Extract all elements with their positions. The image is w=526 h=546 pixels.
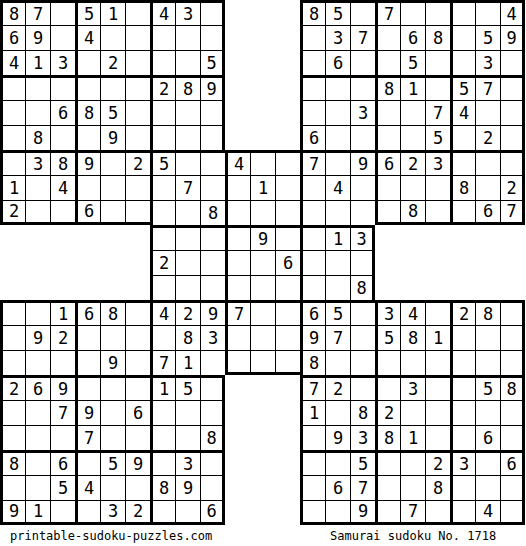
sudoku-cell[interactable]: [325, 500, 350, 525]
sudoku-cell: 2: [125, 500, 150, 525]
sudoku-cell[interactable]: [250, 150, 275, 175]
sudoku-cell[interactable]: [125, 325, 150, 350]
sudoku-cell[interactable]: [75, 325, 100, 350]
void-cell: [250, 425, 275, 450]
void-cell: [125, 275, 150, 300]
void-cell: [75, 225, 100, 250]
sudoku-cell: 5: [175, 375, 200, 400]
sudoku-cell[interactable]: [400, 450, 425, 475]
sudoku-cell: 2: [500, 175, 525, 200]
sudoku-cell[interactable]: [200, 225, 225, 250]
sudoku-cell[interactable]: [425, 500, 450, 525]
sudoku-cell: 8: [175, 325, 200, 350]
void-cell: [225, 75, 250, 100]
sudoku-cell: 1: [300, 400, 325, 425]
sudoku-cell[interactable]: [350, 200, 375, 225]
sudoku-cell[interactable]: [400, 100, 425, 125]
sudoku-cell[interactable]: [125, 100, 150, 125]
sudoku-cell[interactable]: [125, 375, 150, 400]
sudoku-cell[interactable]: [75, 50, 100, 75]
sudoku-cell[interactable]: [25, 425, 50, 450]
sudoku-cell[interactable]: [300, 450, 325, 475]
sudoku-cell[interactable]: [250, 200, 275, 225]
sudoku-cell[interactable]: [75, 450, 100, 475]
void-cell: [275, 425, 300, 450]
sudoku-cell[interactable]: [200, 0, 225, 25]
sudoku-cell[interactable]: [350, 75, 375, 100]
sudoku-cell[interactable]: [450, 200, 475, 225]
sudoku-cell: 5: [325, 300, 350, 325]
sudoku-cell[interactable]: [25, 200, 50, 225]
sudoku-cell[interactable]: [300, 50, 325, 75]
sudoku-cell[interactable]: [350, 375, 375, 400]
sudoku-cell[interactable]: [100, 200, 125, 225]
sudoku-cell: 2: [150, 250, 175, 275]
sudoku-cell: 8: [475, 300, 500, 325]
sudoku-cell: 7: [300, 150, 325, 175]
sudoku-cell[interactable]: [275, 350, 300, 375]
sudoku-cell[interactable]: [375, 450, 400, 475]
sudoku-cell[interactable]: [200, 275, 225, 300]
void-cell: [275, 0, 300, 25]
sudoku-cell[interactable]: [375, 125, 400, 150]
sudoku-cell[interactable]: [75, 500, 100, 525]
sudoku-cell[interactable]: [375, 475, 400, 500]
sudoku-cell[interactable]: [0, 325, 25, 350]
sudoku-cell[interactable]: [125, 75, 150, 100]
sudoku-cell[interactable]: [0, 125, 25, 150]
sudoku-cell[interactable]: [0, 150, 25, 175]
void-cell: [225, 375, 250, 400]
sudoku-cell: 6: [500, 450, 525, 475]
sudoku-cell[interactable]: [0, 350, 25, 375]
sudoku-cell: 5: [100, 450, 125, 475]
sudoku-cell[interactable]: [225, 275, 250, 300]
sudoku-cell[interactable]: [125, 475, 150, 500]
sudoku-cell: 8: [425, 25, 450, 50]
sudoku-cell[interactable]: [150, 450, 175, 475]
sudoku-cell[interactable]: [150, 275, 175, 300]
sudoku-cell[interactable]: [50, 350, 75, 375]
sudoku-cell[interactable]: [125, 200, 150, 225]
sudoku-cell[interactable]: [300, 100, 325, 125]
sudoku-cell[interactable]: [175, 425, 200, 450]
sudoku-cell[interactable]: [25, 350, 50, 375]
sudoku-cell: 8: [450, 175, 475, 200]
sudoku-cell[interactable]: [125, 50, 150, 75]
sudoku-cell[interactable]: [50, 125, 75, 150]
sudoku-cell: 6: [50, 100, 75, 125]
sudoku-cell: 9: [200, 300, 225, 325]
sudoku-cell[interactable]: [150, 325, 175, 350]
sudoku-cell[interactable]: [175, 50, 200, 75]
sudoku-cell: 9: [50, 375, 75, 400]
sudoku-cell[interactable]: [200, 150, 225, 175]
sudoku-cell[interactable]: [250, 350, 275, 375]
sudoku-cell: 7: [375, 0, 400, 25]
sudoku-cell[interactable]: [125, 175, 150, 200]
sudoku-cell[interactable]: [400, 400, 425, 425]
sudoku-cell[interactable]: [475, 100, 500, 125]
sudoku-cell[interactable]: [425, 375, 450, 400]
sudoku-cell[interactable]: [200, 100, 225, 125]
void-cell: [450, 250, 475, 275]
sudoku-cell[interactable]: [475, 325, 500, 350]
sudoku-cell: 6: [375, 150, 400, 175]
sudoku-cell[interactable]: [375, 50, 400, 75]
sudoku-cell[interactable]: [450, 400, 475, 425]
sudoku-cell[interactable]: [300, 500, 325, 525]
sudoku-cell[interactable]: [250, 250, 275, 275]
sudoku-cell[interactable]: [325, 200, 350, 225]
sudoku-cell[interactable]: [225, 175, 250, 200]
sudoku-cell[interactable]: [275, 275, 300, 300]
sudoku-cell[interactable]: [75, 350, 100, 375]
sudoku-cell[interactable]: [200, 400, 225, 425]
sudoku-cell[interactable]: [375, 200, 400, 225]
sudoku-cell[interactable]: [450, 475, 475, 500]
sudoku-cell[interactable]: [225, 325, 250, 350]
sudoku-cell[interactable]: [500, 475, 525, 500]
sudoku-cell[interactable]: [125, 25, 150, 50]
void-cell: [475, 250, 500, 275]
sudoku-cell: 3: [325, 25, 350, 50]
void-cell: [225, 125, 250, 150]
void-cell: [250, 125, 275, 150]
sudoku-cell[interactable]: [175, 100, 200, 125]
sudoku-cell: 5: [350, 450, 375, 475]
sudoku-cell[interactable]: [500, 300, 525, 325]
sudoku-cell[interactable]: [300, 225, 325, 250]
sudoku-cell[interactable]: [100, 400, 125, 425]
void-cell: [0, 225, 25, 250]
sudoku-cell: 1: [50, 300, 75, 325]
sudoku-cell: 9: [175, 475, 200, 500]
sudoku-cell: 1: [250, 175, 275, 200]
sudoku-cell[interactable]: [500, 500, 525, 525]
sudoku-cell[interactable]: [475, 350, 500, 375]
sudoku-cell[interactable]: [200, 250, 225, 275]
sudoku-cell[interactable]: [350, 325, 375, 350]
sudoku-cell: 7: [325, 325, 350, 350]
sudoku-cell[interactable]: [450, 150, 475, 175]
sudoku-cell: 7: [350, 475, 375, 500]
sudoku-cell[interactable]: [300, 275, 325, 300]
sudoku-cell[interactable]: [250, 300, 275, 325]
sudoku-cell[interactable]: [375, 350, 400, 375]
sudoku-cell[interactable]: [375, 500, 400, 525]
sudoku-cell[interactable]: [325, 450, 350, 475]
sudoku-cell[interactable]: [150, 25, 175, 50]
sudoku-cell[interactable]: [500, 350, 525, 375]
void-cell: [100, 225, 125, 250]
sudoku-cell: 9: [200, 75, 225, 100]
void-cell: [50, 225, 75, 250]
sudoku-cell[interactable]: [350, 175, 375, 200]
sudoku-cell[interactable]: [50, 25, 75, 50]
sudoku-cell: 6: [475, 425, 500, 450]
sudoku-cell[interactable]: [425, 175, 450, 200]
sudoku-cell[interactable]: [125, 350, 150, 375]
sudoku-cell: 5: [50, 475, 75, 500]
sudoku-cell[interactable]: [200, 450, 225, 475]
sudoku-cell[interactable]: [100, 150, 125, 175]
sudoku-cell[interactable]: [300, 75, 325, 100]
sudoku-cell[interactable]: [125, 125, 150, 150]
sudoku-cell[interactable]: [150, 200, 175, 225]
sudoku-cell[interactable]: [0, 400, 25, 425]
sudoku-cell[interactable]: [300, 25, 325, 50]
sudoku-cell[interactable]: [225, 350, 250, 375]
sudoku-cell[interactable]: [0, 425, 25, 450]
sudoku-cell[interactable]: [500, 400, 525, 425]
void-cell: [275, 375, 300, 400]
sudoku-cell[interactable]: [225, 200, 250, 225]
sudoku-cell[interactable]: [425, 75, 450, 100]
sudoku-cell[interactable]: [325, 250, 350, 275]
sudoku-cell: 8: [50, 150, 75, 175]
sudoku-cell[interactable]: [350, 350, 375, 375]
sudoku-cell[interactable]: [450, 25, 475, 50]
sudoku-cell[interactable]: [475, 400, 500, 425]
sudoku-cell[interactable]: [375, 25, 400, 50]
sudoku-cell[interactable]: [175, 500, 200, 525]
sudoku-cell[interactable]: [75, 125, 100, 150]
sudoku-cell[interactable]: [25, 400, 50, 425]
sudoku-cell: 4: [75, 25, 100, 50]
sudoku-cell[interactable]: [350, 250, 375, 275]
sudoku-cell[interactable]: [275, 150, 300, 175]
sudoku-cell[interactable]: [75, 175, 100, 200]
sudoku-cell: 1: [175, 350, 200, 375]
sudoku-cell: 9: [350, 500, 375, 525]
sudoku-cell[interactable]: [50, 75, 75, 100]
sudoku-cell[interactable]: [75, 75, 100, 100]
sudoku-cell[interactable]: [25, 175, 50, 200]
sudoku-cell[interactable]: [300, 175, 325, 200]
sudoku-cell[interactable]: [100, 175, 125, 200]
sudoku-cell[interactable]: [50, 500, 75, 525]
sudoku-cell[interactable]: [275, 225, 300, 250]
sudoku-cell[interactable]: [75, 375, 100, 400]
void-cell: [225, 400, 250, 425]
sudoku-cell[interactable]: [400, 475, 425, 500]
sudoku-cell[interactable]: [400, 350, 425, 375]
void-cell: [425, 225, 450, 250]
void-cell: [75, 275, 100, 300]
sudoku-cell[interactable]: [25, 475, 50, 500]
sudoku-cell[interactable]: [425, 350, 450, 375]
sudoku-cell: 5: [325, 0, 350, 25]
sudoku-cell[interactable]: [275, 300, 300, 325]
sudoku-cell: 4: [450, 100, 475, 125]
sudoku-cell[interactable]: [475, 0, 500, 25]
sudoku-cell[interactable]: [200, 475, 225, 500]
sudoku-cell[interactable]: [100, 425, 125, 450]
sudoku-cell[interactable]: [350, 50, 375, 75]
sudoku-cell[interactable]: [300, 250, 325, 275]
sudoku-cell[interactable]: [450, 425, 475, 450]
void-cell: [100, 250, 125, 275]
sudoku-cell[interactable]: [500, 50, 525, 75]
sudoku-cell[interactable]: [375, 175, 400, 200]
sudoku-cell[interactable]: [125, 0, 150, 25]
sudoku-cell[interactable]: [125, 300, 150, 325]
sudoku-cell[interactable]: [475, 175, 500, 200]
sudoku-cell[interactable]: [0, 75, 25, 100]
sudoku-cell[interactable]: [25, 300, 50, 325]
sudoku-cell[interactable]: [225, 250, 250, 275]
void-cell: [225, 500, 250, 525]
sudoku-cell[interactable]: [325, 125, 350, 150]
sudoku-cell[interactable]: [500, 100, 525, 125]
sudoku-cell[interactable]: [425, 50, 450, 75]
void-cell: [250, 400, 275, 425]
void-cell: [25, 275, 50, 300]
sudoku-cell[interactable]: [175, 275, 200, 300]
sudoku-cell[interactable]: [150, 500, 175, 525]
sudoku-cell[interactable]: [450, 50, 475, 75]
sudoku-cell[interactable]: [350, 0, 375, 25]
void-cell: [275, 475, 300, 500]
sudoku-cell[interactable]: [175, 200, 200, 225]
sudoku-cell: 2: [425, 450, 450, 475]
sudoku-cell[interactable]: [0, 475, 25, 500]
sudoku-cell: 8: [300, 350, 325, 375]
sudoku-cell[interactable]: [175, 225, 200, 250]
sudoku-cell[interactable]: [200, 175, 225, 200]
sudoku-cell[interactable]: [175, 25, 200, 50]
sudoku-cell[interactable]: [325, 400, 350, 425]
sudoku-cell[interactable]: [500, 325, 525, 350]
sudoku-cell[interactable]: [150, 175, 175, 200]
sudoku-cell[interactable]: [100, 475, 125, 500]
sudoku-cell[interactable]: [325, 75, 350, 100]
sudoku-cell[interactable]: [125, 425, 150, 450]
sudoku-cell[interactable]: [475, 150, 500, 175]
sudoku-cell[interactable]: [150, 400, 175, 425]
sudoku-cell[interactable]: [325, 100, 350, 125]
sudoku-cell[interactable]: [425, 200, 450, 225]
sudoku-cell[interactable]: [325, 350, 350, 375]
sudoku-cell[interactable]: [25, 75, 50, 100]
sudoku-cell[interactable]: [375, 100, 400, 125]
sudoku-cell[interactable]: [250, 325, 275, 350]
sudoku-cell: 6: [475, 200, 500, 225]
sudoku-cell[interactable]: [175, 250, 200, 275]
sudoku-cell[interactable]: [375, 375, 400, 400]
sudoku-cell[interactable]: [100, 325, 125, 350]
sudoku-cell[interactable]: [200, 350, 225, 375]
sudoku-cell[interactable]: [275, 200, 300, 225]
sudoku-cell[interactable]: [100, 75, 125, 100]
sudoku-cell[interactable]: [150, 425, 175, 450]
sudoku-cell[interactable]: [175, 400, 200, 425]
sudoku-cell[interactable]: [325, 150, 350, 175]
sudoku-cell[interactable]: [450, 125, 475, 150]
void-cell: [425, 250, 450, 275]
sudoku-cell[interactable]: [275, 325, 300, 350]
sudoku-cell[interactable]: [200, 125, 225, 150]
sudoku-cell[interactable]: [150, 50, 175, 75]
sudoku-cell[interactable]: [50, 425, 75, 450]
sudoku-cell[interactable]: [425, 400, 450, 425]
sudoku-cell[interactable]: [50, 200, 75, 225]
sudoku-cell[interactable]: [225, 225, 250, 250]
sudoku-cell[interactable]: [450, 375, 475, 400]
sudoku-cell: 5: [475, 25, 500, 50]
sudoku-cell[interactable]: [400, 125, 425, 150]
sudoku-cell[interactable]: [475, 475, 500, 500]
void-cell: [125, 225, 150, 250]
sudoku-cell[interactable]: [500, 150, 525, 175]
samurai-sudoku-page: 8751438574694376859413256532898157685374…: [0, 0, 526, 546]
sudoku-cell[interactable]: [500, 425, 525, 450]
sudoku-cell[interactable]: [475, 450, 500, 475]
sudoku-cell: 7: [475, 75, 500, 100]
sudoku-cell[interactable]: [200, 25, 225, 50]
sudoku-cell[interactable]: [50, 0, 75, 25]
sudoku-cell[interactable]: [100, 375, 125, 400]
void-cell: [250, 475, 275, 500]
sudoku-cell[interactable]: [425, 300, 450, 325]
sudoku-cell[interactable]: [425, 0, 450, 25]
sudoku-cell: 2: [475, 125, 500, 150]
sudoku-cell[interactable]: [150, 100, 175, 125]
void-cell: [475, 275, 500, 300]
sudoku-cell[interactable]: [250, 275, 275, 300]
sudoku-cell: 2: [0, 375, 25, 400]
sudoku-cell[interactable]: [300, 425, 325, 450]
sudoku-cell[interactable]: [25, 450, 50, 475]
sudoku-cell[interactable]: [175, 125, 200, 150]
sudoku-cell[interactable]: [300, 200, 325, 225]
sudoku-cell[interactable]: [175, 150, 200, 175]
sudoku-cell[interactable]: [500, 75, 525, 100]
sudoku-cell[interactable]: [400, 0, 425, 25]
sudoku-cell: 8: [500, 375, 525, 400]
sudoku-cell[interactable]: [500, 125, 525, 150]
sudoku-cell[interactable]: [400, 175, 425, 200]
sudoku-cell[interactable]: [0, 100, 25, 125]
sudoku-cell[interactable]: [25, 100, 50, 125]
sudoku-cell[interactable]: [0, 300, 25, 325]
sudoku-cell[interactable]: [150, 125, 175, 150]
sudoku-cell[interactable]: [450, 350, 475, 375]
sudoku-cell[interactable]: [100, 25, 125, 50]
void-cell: [500, 275, 525, 300]
sudoku-cell[interactable]: [450, 500, 475, 525]
sudoku-cell: 3: [50, 50, 75, 75]
sudoku-cell[interactable]: [300, 475, 325, 500]
sudoku-cell[interactable]: [150, 225, 175, 250]
sudoku-cell[interactable]: [350, 125, 375, 150]
sudoku-cell[interactable]: [450, 0, 475, 25]
sudoku-cell[interactable]: [200, 375, 225, 400]
sudoku-cell: 5: [475, 375, 500, 400]
sudoku-cell[interactable]: [350, 300, 375, 325]
sudoku-cell: 5: [450, 75, 475, 100]
sudoku-cell[interactable]: [450, 325, 475, 350]
sudoku-cell[interactable]: [275, 175, 300, 200]
sudoku-cell: 6: [275, 250, 300, 275]
sudoku-cell[interactable]: [425, 425, 450, 450]
sudoku-cell[interactable]: [325, 275, 350, 300]
void-cell: [225, 475, 250, 500]
void-cell: [225, 0, 250, 25]
sudoku-cell: 4: [325, 175, 350, 200]
sudoku-cell: 2: [100, 50, 125, 75]
